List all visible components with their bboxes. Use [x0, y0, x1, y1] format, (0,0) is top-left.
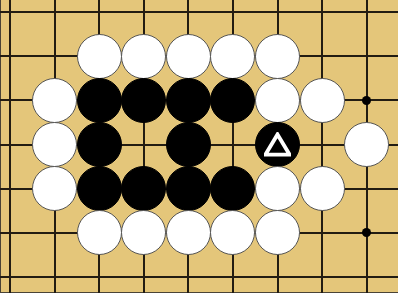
stone-white	[166, 34, 211, 79]
board-intersection[interactable]	[77, 34, 122, 78]
board-intersection[interactable]	[344, 78, 389, 122]
stone-white	[210, 34, 255, 79]
board-intersection[interactable]	[255, 34, 300, 78]
stone-white	[344, 122, 389, 167]
board-intersection[interactable]	[344, 0, 389, 34]
board-intersection[interactable]	[166, 34, 211, 78]
board-intersection[interactable]	[77, 211, 122, 255]
board-intersection[interactable]	[344, 167, 389, 211]
board-intersection[interactable]	[121, 255, 166, 293]
stone-white	[166, 210, 211, 255]
stone-black	[121, 166, 166, 211]
board-intersection[interactable]	[0, 211, 32, 255]
board-intersection[interactable]	[32, 211, 77, 255]
board-intersection[interactable]	[32, 34, 77, 78]
board-intersection[interactable]	[77, 0, 122, 34]
board-intersection[interactable]	[255, 255, 300, 293]
triangle-marker-icon	[264, 132, 291, 157]
board-intersection[interactable]	[121, 122, 166, 166]
stone-white	[300, 166, 345, 211]
board-intersection[interactable]	[32, 122, 77, 166]
board-intersection[interactable]	[344, 255, 389, 293]
board-intersection[interactable]	[32, 78, 77, 122]
stone-black	[166, 122, 211, 167]
stone-white	[121, 34, 166, 79]
board-intersection[interactable]	[300, 255, 345, 293]
stone-white	[77, 34, 122, 79]
stone-black-marked	[255, 122, 300, 167]
board-intersection[interactable]	[0, 255, 32, 293]
board-intersection[interactable]	[121, 78, 166, 122]
board-intersection[interactable]	[166, 255, 211, 293]
stone-white	[32, 122, 77, 167]
board-intersection[interactable]	[32, 255, 77, 293]
board-intersection[interactable]	[211, 122, 256, 166]
stone-black	[210, 78, 255, 123]
board-intersection[interactable]	[300, 0, 345, 34]
board-intersection[interactable]	[32, 0, 77, 34]
stone-black	[77, 78, 122, 123]
board-intersection[interactable]	[344, 34, 389, 78]
board-intersection[interactable]	[121, 211, 166, 255]
board-intersection[interactable]	[166, 0, 211, 34]
board-intersection[interactable]	[300, 211, 345, 255]
board-intersection[interactable]	[0, 34, 32, 78]
board-intersection[interactable]	[255, 78, 300, 122]
stone-black	[166, 78, 211, 123]
board-intersection[interactable]	[77, 255, 122, 293]
board-intersections-grid	[0, 0, 389, 293]
stone-black	[121, 78, 166, 123]
stone-white	[255, 34, 300, 79]
stone-white	[300, 78, 345, 123]
stone-white	[255, 210, 300, 255]
board-intersection[interactable]	[32, 167, 77, 211]
board-intersection[interactable]	[166, 167, 211, 211]
board-intersection[interactable]	[211, 0, 256, 34]
stone-white	[255, 166, 300, 211]
board-intersection[interactable]	[300, 78, 345, 122]
board-intersection[interactable]	[0, 122, 32, 166]
stone-white	[121, 210, 166, 255]
stone-black	[166, 166, 211, 211]
board-intersection[interactable]	[121, 167, 166, 211]
stone-black	[210, 166, 255, 211]
board-intersection[interactable]	[166, 211, 211, 255]
board-intersection[interactable]	[166, 78, 211, 122]
board-intersection[interactable]	[300, 167, 345, 211]
board-intersection[interactable]	[166, 122, 211, 166]
board-intersection[interactable]	[344, 211, 389, 255]
board-intersection[interactable]	[211, 167, 256, 211]
stone-white	[210, 210, 255, 255]
board-intersection[interactable]	[211, 34, 256, 78]
board-intersection[interactable]	[344, 122, 389, 166]
stone-white	[255, 78, 300, 123]
board-intersection[interactable]	[0, 167, 32, 211]
stone-black	[77, 122, 122, 167]
board-intersection[interactable]	[255, 0, 300, 34]
stone-white	[32, 78, 77, 123]
board-intersection[interactable]	[211, 255, 256, 293]
board-intersection[interactable]	[77, 122, 122, 166]
board-intersection[interactable]	[211, 78, 256, 122]
board-intersection[interactable]	[121, 0, 166, 34]
board-intersection[interactable]	[0, 78, 32, 122]
board-intersection[interactable]	[77, 167, 122, 211]
board-intersection[interactable]	[255, 211, 300, 255]
board-intersection[interactable]	[255, 122, 300, 166]
board-intersection[interactable]	[300, 122, 345, 166]
board-intersection[interactable]	[121, 34, 166, 78]
stone-white	[32, 166, 77, 211]
stone-black	[77, 166, 122, 211]
board-intersection[interactable]	[211, 211, 256, 255]
stone-white	[77, 210, 122, 255]
go-board	[0, 0, 398, 293]
board-intersection[interactable]	[77, 78, 122, 122]
board-intersection[interactable]	[0, 0, 32, 34]
board-intersection[interactable]	[255, 167, 300, 211]
board-intersection[interactable]	[300, 34, 345, 78]
